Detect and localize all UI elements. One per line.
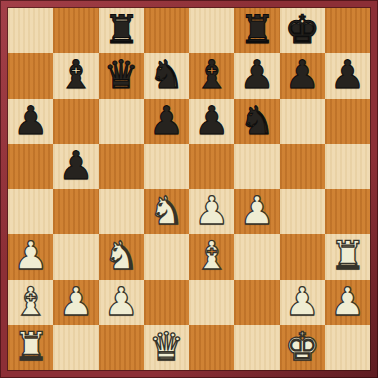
white-pawn-icon[interactable]: ♟ bbox=[285, 282, 320, 321]
square-b7[interactable]: ♝ bbox=[53, 53, 98, 98]
white-knight-icon[interactable]: ♞ bbox=[149, 191, 184, 230]
square-f2[interactable] bbox=[234, 280, 279, 325]
black-queen-icon[interactable]: ♛ bbox=[104, 55, 139, 94]
square-b5[interactable]: ♟ bbox=[53, 144, 98, 189]
square-d5[interactable] bbox=[144, 144, 189, 189]
black-rook-icon[interactable]: ♜ bbox=[239, 10, 274, 49]
square-f5[interactable] bbox=[234, 144, 279, 189]
square-c2[interactable]: ♟ bbox=[99, 280, 144, 325]
square-c7[interactable]: ♛ bbox=[99, 53, 144, 98]
square-a8[interactable] bbox=[8, 8, 53, 53]
square-h8[interactable] bbox=[325, 8, 370, 53]
square-c3[interactable]: ♞ bbox=[99, 234, 144, 279]
black-bishop-icon[interactable]: ♝ bbox=[194, 55, 229, 94]
chess-board-frame: ♜♜♚♝♛♞♝♟♟♟♟♟♟♞♟♞♟♟♟♞♝♜♝♟♟♟♟♜♛♚ bbox=[0, 0, 378, 378]
square-h2[interactable]: ♟ bbox=[325, 280, 370, 325]
square-h5[interactable] bbox=[325, 144, 370, 189]
white-pawn-icon[interactable]: ♟ bbox=[330, 282, 365, 321]
white-rook-icon[interactable]: ♜ bbox=[13, 327, 48, 366]
white-pawn-icon[interactable]: ♟ bbox=[194, 191, 229, 230]
square-c4[interactable] bbox=[99, 189, 144, 234]
square-e6[interactable]: ♟ bbox=[189, 99, 234, 144]
white-pawn-icon[interactable]: ♟ bbox=[13, 236, 48, 275]
square-h7[interactable]: ♟ bbox=[325, 53, 370, 98]
square-g4[interactable] bbox=[280, 189, 325, 234]
square-a7[interactable] bbox=[8, 53, 53, 98]
square-a1[interactable]: ♜ bbox=[8, 325, 53, 370]
black-king-icon[interactable]: ♚ bbox=[285, 10, 320, 49]
chess-board: ♜♜♚♝♛♞♝♟♟♟♟♟♟♞♟♞♟♟♟♞♝♜♝♟♟♟♟♜♛♚ bbox=[7, 7, 371, 371]
square-d3[interactable] bbox=[144, 234, 189, 279]
square-e1[interactable] bbox=[189, 325, 234, 370]
white-knight-icon[interactable]: ♞ bbox=[104, 236, 139, 275]
black-knight-icon[interactable]: ♞ bbox=[149, 55, 184, 94]
square-d8[interactable] bbox=[144, 8, 189, 53]
square-e8[interactable] bbox=[189, 8, 234, 53]
white-rook-icon[interactable]: ♜ bbox=[330, 236, 365, 275]
black-pawn-icon[interactable]: ♟ bbox=[58, 146, 93, 185]
square-f7[interactable]: ♟ bbox=[234, 53, 279, 98]
black-rook-icon[interactable]: ♜ bbox=[104, 10, 139, 49]
square-c6[interactable] bbox=[99, 99, 144, 144]
square-d7[interactable]: ♞ bbox=[144, 53, 189, 98]
square-b6[interactable] bbox=[53, 99, 98, 144]
square-c5[interactable] bbox=[99, 144, 144, 189]
white-bishop-icon[interactable]: ♝ bbox=[13, 282, 48, 321]
square-e4[interactable]: ♟ bbox=[189, 189, 234, 234]
square-b8[interactable] bbox=[53, 8, 98, 53]
square-g2[interactable]: ♟ bbox=[280, 280, 325, 325]
square-a4[interactable] bbox=[8, 189, 53, 234]
black-pawn-icon[interactable]: ♟ bbox=[330, 55, 365, 94]
square-f3[interactable] bbox=[234, 234, 279, 279]
square-g7[interactable]: ♟ bbox=[280, 53, 325, 98]
square-d6[interactable]: ♟ bbox=[144, 99, 189, 144]
square-c8[interactable]: ♜ bbox=[99, 8, 144, 53]
square-e3[interactable]: ♝ bbox=[189, 234, 234, 279]
square-b1[interactable] bbox=[53, 325, 98, 370]
square-b4[interactable] bbox=[53, 189, 98, 234]
square-e5[interactable] bbox=[189, 144, 234, 189]
white-bishop-icon[interactable]: ♝ bbox=[194, 236, 229, 275]
square-d4[interactable]: ♞ bbox=[144, 189, 189, 234]
square-g6[interactable] bbox=[280, 99, 325, 144]
square-h1[interactable] bbox=[325, 325, 370, 370]
square-c1[interactable] bbox=[99, 325, 144, 370]
white-king-icon[interactable]: ♚ bbox=[285, 327, 320, 366]
square-a5[interactable] bbox=[8, 144, 53, 189]
square-d1[interactable]: ♛ bbox=[144, 325, 189, 370]
black-pawn-icon[interactable]: ♟ bbox=[13, 101, 48, 140]
white-pawn-icon[interactable]: ♟ bbox=[104, 282, 139, 321]
black-pawn-icon[interactable]: ♟ bbox=[194, 101, 229, 140]
square-f8[interactable]: ♜ bbox=[234, 8, 279, 53]
square-h6[interactable] bbox=[325, 99, 370, 144]
square-b2[interactable]: ♟ bbox=[53, 280, 98, 325]
white-queen-icon[interactable]: ♛ bbox=[149, 327, 184, 366]
square-h3[interactable]: ♜ bbox=[325, 234, 370, 279]
square-e7[interactable]: ♝ bbox=[189, 53, 234, 98]
square-g5[interactable] bbox=[280, 144, 325, 189]
square-g1[interactable]: ♚ bbox=[280, 325, 325, 370]
square-a2[interactable]: ♝ bbox=[8, 280, 53, 325]
black-pawn-icon[interactable]: ♟ bbox=[239, 55, 274, 94]
square-f4[interactable]: ♟ bbox=[234, 189, 279, 234]
square-e2[interactable] bbox=[189, 280, 234, 325]
square-g3[interactable] bbox=[280, 234, 325, 279]
white-pawn-icon[interactable]: ♟ bbox=[58, 282, 93, 321]
white-pawn-icon[interactable]: ♟ bbox=[239, 191, 274, 230]
black-pawn-icon[interactable]: ♟ bbox=[149, 101, 184, 140]
square-a6[interactable]: ♟ bbox=[8, 99, 53, 144]
square-f6[interactable]: ♞ bbox=[234, 99, 279, 144]
square-b3[interactable] bbox=[53, 234, 98, 279]
black-bishop-icon[interactable]: ♝ bbox=[58, 55, 93, 94]
square-a3[interactable]: ♟ bbox=[8, 234, 53, 279]
black-pawn-icon[interactable]: ♟ bbox=[285, 55, 320, 94]
square-g8[interactable]: ♚ bbox=[280, 8, 325, 53]
square-d2[interactable] bbox=[144, 280, 189, 325]
black-knight-icon[interactable]: ♞ bbox=[239, 101, 274, 140]
square-h4[interactable] bbox=[325, 189, 370, 234]
square-f1[interactable] bbox=[234, 325, 279, 370]
